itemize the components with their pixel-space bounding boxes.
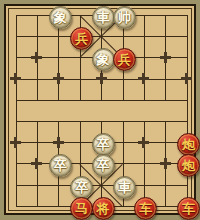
piece-red-soldier[interactable]: 兵: [113, 48, 136, 71]
piece-red-general[interactable]: 将: [92, 197, 115, 220]
game-screen: 象車帅兵象兵卒炮卒卒炮卒車马将车车: [0, 0, 200, 220]
piece-white-soldier[interactable]: 卒: [92, 133, 115, 156]
piece-red-soldier[interactable]: 兵: [70, 27, 93, 50]
piece-white-soldier[interactable]: 卒: [70, 176, 93, 199]
piece-white-elephant[interactable]: 象: [49, 6, 72, 29]
piece-white-chariot[interactable]: 車: [92, 6, 115, 29]
piece-red-horse[interactable]: 马: [70, 197, 93, 220]
piece-white-chariot[interactable]: 車: [113, 176, 136, 199]
piece-white-soldier[interactable]: 卒: [92, 154, 115, 177]
piece-red-cannon[interactable]: 炮: [177, 154, 200, 177]
xiangqi-board[interactable]: 象車帅兵象兵卒炮卒卒炮卒車马将车车: [4, 4, 196, 215]
piece-white-general[interactable]: 帅: [113, 6, 136, 29]
piece-red-cannon[interactable]: 炮: [177, 133, 200, 156]
piece-white-elephant[interactable]: 象: [92, 48, 115, 71]
piece-red-chariot[interactable]: 车: [134, 197, 157, 220]
piece-white-soldier[interactable]: 卒: [49, 154, 72, 177]
board-grid: 象車帅兵象兵卒炮卒卒炮卒車马将车车: [6, 6, 199, 218]
piece-red-chariot[interactable]: 车: [177, 197, 200, 220]
